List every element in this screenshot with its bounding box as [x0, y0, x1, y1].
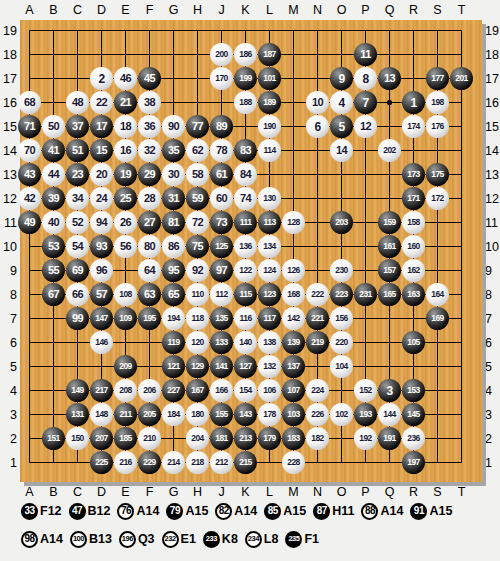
col-label-E: E	[114, 2, 138, 18]
row-label-7: 7	[0, 311, 17, 327]
stone-white-156: 156	[330, 307, 353, 330]
stone-black-195: 195	[138, 307, 161, 330]
stone-black-211: 211	[114, 403, 137, 426]
row-label-12: 12	[485, 191, 500, 207]
stone-white-56: 56	[114, 235, 137, 258]
stone-black-129: 129	[186, 355, 209, 378]
col-label-S: S	[426, 2, 450, 18]
stone-black-123: 123	[258, 283, 281, 306]
stone-black-127: 127	[234, 355, 257, 378]
stone-white-214: 214	[162, 451, 185, 474]
stone-black-29: 29	[138, 163, 161, 186]
stone-black-213: 213	[234, 427, 257, 450]
caption-coord-233: K8	[222, 532, 238, 546]
stone-black-125: 125	[210, 235, 233, 258]
stone-black-17: 17	[90, 115, 113, 138]
row-label-18: 18	[485, 47, 500, 63]
row-label-2: 2	[485, 431, 500, 447]
stone-black-201: 201	[450, 67, 473, 90]
stone-white-236: 236	[402, 427, 425, 450]
col-label-H: H	[186, 2, 210, 18]
stone-white-198: 198	[426, 91, 449, 114]
caption-stone-black-233: 233	[203, 531, 220, 548]
stone-white-128: 128	[282, 211, 305, 234]
stone-white-208: 208	[114, 379, 137, 402]
stone-black-11: 11	[354, 43, 377, 66]
stone-black-203: 203	[330, 211, 353, 234]
stone-white-92: 92	[186, 259, 209, 282]
stone-black-5: 5	[330, 115, 353, 138]
go-board[interactable]: 1234567891011121314151617181920212223242…	[20, 20, 482, 482]
stone-black-67: 67	[42, 283, 65, 306]
stone-white-64: 64	[138, 259, 161, 282]
stone-white-12: 12	[354, 115, 377, 138]
stone-black-93: 93	[90, 235, 113, 258]
col-label-P: P	[354, 484, 378, 500]
stone-white-72: 72	[186, 211, 209, 234]
col-label-B: B	[42, 2, 66, 18]
stone-black-41: 41	[42, 139, 65, 162]
row-label-1: 1	[0, 455, 17, 471]
stone-black-113: 113	[258, 211, 281, 234]
stone-black-21: 21	[114, 91, 137, 114]
row-label-8: 8	[485, 287, 500, 303]
row-label-9: 9	[485, 263, 500, 279]
stone-white-10: 10	[306, 91, 329, 114]
stone-black-185: 185	[114, 427, 137, 450]
stone-black-189: 189	[258, 91, 281, 114]
stone-black-99: 99	[66, 307, 89, 330]
stone-white-4: 4	[330, 91, 353, 114]
stone-black-69: 69	[66, 259, 89, 282]
stone-white-70: 70	[18, 139, 41, 162]
stone-white-46: 46	[114, 67, 137, 90]
stone-black-25: 25	[114, 187, 137, 210]
stone-white-78: 78	[210, 139, 233, 162]
caption-stone-black-47: 47	[69, 503, 86, 520]
caption-row-2: 98A14100B13196Q3232E1233K8234L8235F1	[21, 529, 326, 549]
stone-black-13: 13	[378, 67, 401, 90]
col-label-B: B	[42, 484, 66, 500]
col-label-O: O	[330, 2, 354, 18]
col-label-S: S	[426, 484, 450, 500]
stone-black-75: 75	[186, 235, 209, 258]
stone-black-117: 117	[258, 307, 281, 330]
col-label-D: D	[90, 2, 114, 18]
col-label-Q: Q	[378, 484, 402, 500]
stone-black-191: 191	[378, 427, 401, 450]
col-label-G: G	[162, 2, 186, 18]
col-label-J: J	[210, 484, 234, 500]
caption-coord-82: A14	[234, 504, 257, 518]
stone-black-55: 55	[42, 259, 65, 282]
stone-black-57: 57	[90, 283, 113, 306]
stone-white-224: 224	[306, 379, 329, 402]
stone-white-180: 180	[186, 403, 209, 426]
stone-white-154: 154	[234, 379, 257, 402]
stone-white-108: 108	[114, 283, 137, 306]
stone-black-15: 15	[90, 139, 113, 162]
caption-coord-98: A14	[40, 532, 63, 546]
stone-white-74: 74	[234, 187, 257, 210]
row-label-3: 3	[0, 407, 17, 423]
stone-white-48: 48	[66, 91, 89, 114]
stone-white-38: 38	[138, 91, 161, 114]
stone-white-192: 192	[354, 427, 377, 450]
row-label-11: 11	[0, 215, 17, 231]
stone-black-199: 199	[234, 67, 257, 90]
stone-white-226: 226	[306, 403, 329, 426]
stone-black-177: 177	[426, 67, 449, 90]
star-point	[387, 100, 392, 105]
stone-white-16: 16	[114, 139, 137, 162]
stone-white-30: 30	[162, 163, 185, 186]
stone-black-59: 59	[186, 187, 209, 210]
stone-black-73: 73	[210, 211, 233, 234]
stone-white-42: 42	[18, 187, 41, 210]
stone-black-205: 205	[138, 403, 161, 426]
stone-white-40: 40	[42, 211, 65, 234]
stone-black-215: 215	[234, 451, 257, 474]
stone-white-104: 104	[330, 355, 353, 378]
stone-black-163: 163	[402, 283, 425, 306]
stone-white-174: 174	[402, 115, 425, 138]
stone-white-34: 34	[66, 187, 89, 210]
row-label-13: 13	[0, 167, 17, 183]
stone-white-14: 14	[330, 139, 353, 162]
col-label-Q: Q	[378, 2, 402, 18]
col-label-R: R	[402, 484, 426, 500]
stone-white-66: 66	[66, 283, 89, 306]
col-label-R: R	[402, 2, 426, 18]
stone-black-145: 145	[402, 403, 425, 426]
stone-white-54: 54	[66, 235, 89, 258]
caption-coord-33: F12	[40, 504, 62, 518]
stone-white-162: 162	[402, 259, 425, 282]
row-label-15: 15	[485, 119, 500, 135]
stone-white-158: 158	[402, 211, 425, 234]
stone-white-202: 202	[378, 139, 401, 162]
caption-stone-black-91: 91	[410, 503, 427, 520]
stone-black-207: 207	[90, 427, 113, 450]
stone-white-142: 142	[282, 307, 305, 330]
caption-stone-white-196: 196	[119, 531, 136, 548]
stone-white-228: 228	[282, 451, 305, 474]
stone-white-136: 136	[234, 235, 257, 258]
stone-white-86: 86	[162, 235, 185, 258]
stone-black-181: 181	[210, 427, 233, 450]
stone-white-220: 220	[330, 331, 353, 354]
stone-white-190: 190	[258, 115, 281, 138]
stone-black-169: 169	[426, 307, 449, 330]
row-label-5: 5	[485, 359, 500, 375]
row-label-18: 18	[0, 47, 17, 63]
stone-black-77: 77	[186, 115, 209, 138]
stone-black-167: 167	[186, 379, 209, 402]
col-label-F: F	[138, 484, 162, 500]
stone-black-229: 229	[138, 451, 161, 474]
stone-white-90: 90	[162, 115, 185, 138]
row-label-12: 12	[0, 191, 17, 207]
caption-stone-black-87: 87	[313, 503, 330, 520]
stone-black-61: 61	[210, 163, 233, 186]
stone-white-68: 68	[18, 91, 41, 114]
stone-white-124: 124	[258, 259, 281, 282]
stone-black-221: 221	[306, 307, 329, 330]
stone-white-160: 160	[402, 235, 425, 258]
stone-white-32: 32	[138, 139, 161, 162]
stone-white-52: 52	[66, 211, 89, 234]
stone-black-147: 147	[90, 307, 113, 330]
stone-black-137: 137	[282, 355, 305, 378]
caption-coord-85: A15	[283, 504, 306, 518]
stone-white-6: 6	[306, 115, 329, 138]
stone-black-63: 63	[138, 283, 161, 306]
caption-coord-91: A15	[429, 504, 452, 518]
row-label-6: 6	[0, 335, 17, 351]
stone-white-110: 110	[186, 283, 209, 306]
col-label-D: D	[90, 484, 114, 500]
stone-black-217: 217	[90, 379, 113, 402]
col-label-M: M	[282, 2, 306, 18]
caption-coord-234: L8	[264, 532, 279, 546]
stone-white-130: 130	[258, 187, 281, 210]
stone-white-102: 102	[330, 403, 353, 426]
col-label-G: G	[162, 484, 186, 500]
stone-black-83: 83	[234, 139, 257, 162]
row-label-13: 13	[485, 167, 500, 183]
stone-white-200: 200	[210, 43, 233, 66]
stone-black-119: 119	[162, 331, 185, 354]
stone-black-165: 165	[378, 283, 401, 306]
stone-white-184: 184	[162, 403, 185, 426]
row-label-17: 17	[485, 71, 500, 87]
stone-black-179: 179	[258, 427, 281, 450]
stone-black-45: 45	[138, 67, 161, 90]
stone-white-140: 140	[234, 331, 257, 354]
caption-coord-196: Q3	[138, 532, 155, 546]
stone-black-227: 227	[162, 379, 185, 402]
row-label-4: 4	[0, 383, 17, 399]
stone-black-97: 97	[210, 259, 233, 282]
stone-white-146: 146	[90, 331, 113, 354]
caption-row-1: 33F1247B1276A1479A1582A1485A1587H1188A14…	[21, 501, 459, 521]
row-label-19: 19	[485, 23, 500, 39]
row-label-17: 17	[0, 71, 17, 87]
row-label-14: 14	[0, 143, 17, 159]
stone-black-105: 105	[402, 331, 425, 354]
stone-white-172: 172	[426, 187, 449, 210]
stone-black-103: 103	[282, 403, 305, 426]
row-label-7: 7	[485, 311, 500, 327]
col-label-F: F	[138, 2, 162, 18]
stone-black-231: 231	[354, 283, 377, 306]
row-label-19: 19	[0, 23, 17, 39]
col-label-K: K	[234, 484, 258, 500]
stone-black-187: 187	[258, 43, 281, 66]
stone-black-155: 155	[210, 403, 233, 426]
stone-white-212: 212	[210, 451, 233, 474]
caption-stone-white-88: 88	[361, 503, 378, 520]
stone-black-175: 175	[426, 163, 449, 186]
stone-white-118: 118	[186, 307, 209, 330]
stone-black-153: 153	[402, 379, 425, 402]
stone-black-219: 219	[306, 331, 329, 354]
row-label-14: 14	[485, 143, 500, 159]
caption-stone-black-85: 85	[264, 503, 281, 520]
caption-stone-white-232: 232	[162, 531, 179, 548]
stone-white-230: 230	[330, 259, 353, 282]
caption-coord-47: B12	[88, 504, 111, 518]
row-label-9: 9	[0, 263, 17, 279]
caption-stone-white-82: 82	[215, 503, 232, 520]
row-label-11: 11	[485, 215, 500, 231]
stone-black-51: 51	[66, 139, 89, 162]
stone-black-183: 183	[282, 427, 305, 450]
stone-white-170: 170	[210, 67, 233, 90]
stone-white-166: 166	[210, 379, 233, 402]
caption-stone-white-100: 100	[70, 531, 87, 548]
stone-black-209: 209	[114, 355, 137, 378]
stone-black-141: 141	[210, 355, 233, 378]
row-label-2: 2	[0, 431, 17, 447]
stone-black-49: 49	[18, 211, 41, 234]
stone-white-62: 62	[186, 139, 209, 162]
stone-black-143: 143	[234, 403, 257, 426]
col-label-C: C	[66, 2, 90, 18]
row-label-8: 8	[0, 287, 17, 303]
row-label-6: 6	[485, 335, 500, 351]
caption-coord-88: A14	[380, 504, 403, 518]
stone-black-1: 1	[402, 91, 425, 114]
caption-stone-black-33: 33	[21, 503, 38, 520]
stone-black-197: 197	[402, 451, 425, 474]
stone-black-111: 111	[234, 211, 257, 234]
stone-white-20: 20	[90, 163, 113, 186]
row-label-5: 5	[0, 359, 17, 375]
col-label-H: H	[186, 484, 210, 500]
stone-white-164: 164	[426, 283, 449, 306]
stone-white-106: 106	[258, 379, 281, 402]
stone-black-23: 23	[66, 163, 89, 186]
caption-coord-232: E1	[181, 532, 196, 546]
col-label-L: L	[258, 484, 282, 500]
stone-white-122: 122	[234, 259, 257, 282]
stone-white-24: 24	[90, 187, 113, 210]
row-label-16: 16	[485, 95, 500, 111]
stone-white-22: 22	[90, 91, 113, 114]
caption-stone-black-235: 235	[285, 531, 302, 548]
col-label-M: M	[282, 484, 306, 500]
stone-black-223: 223	[330, 283, 353, 306]
stone-white-182: 182	[306, 427, 329, 450]
stone-white-134: 134	[258, 235, 281, 258]
row-label-15: 15	[0, 119, 17, 135]
col-label-K: K	[234, 2, 258, 18]
stone-white-216: 216	[114, 451, 137, 474]
stone-white-18: 18	[114, 115, 137, 138]
caption-coord-100: B13	[89, 532, 112, 546]
col-label-L: L	[258, 2, 282, 18]
stone-black-171: 171	[402, 187, 425, 210]
stone-black-53: 53	[42, 235, 65, 258]
stone-black-89: 89	[210, 115, 233, 138]
stone-black-159: 159	[378, 211, 401, 234]
row-label-10: 10	[485, 239, 500, 255]
stone-white-94: 94	[90, 211, 113, 234]
stone-black-71: 71	[18, 115, 41, 138]
stone-black-37: 37	[66, 115, 89, 138]
go-kifu-diagram: ABCDEFGHJKLMNOPQRST ABCDEFGHJKLMNOPQRST …	[0, 0, 500, 561]
caption-coord-76: A14	[136, 504, 159, 518]
stone-white-126: 126	[282, 259, 305, 282]
stone-black-95: 95	[162, 259, 185, 282]
stone-white-114: 114	[258, 139, 281, 162]
stone-black-149: 149	[66, 379, 89, 402]
col-label-N: N	[306, 2, 330, 18]
stone-black-135: 135	[210, 307, 233, 330]
col-label-A: A	[18, 484, 42, 500]
col-label-T: T	[450, 2, 474, 18]
stone-white-176: 176	[426, 115, 449, 138]
stone-white-28: 28	[138, 187, 161, 210]
stone-black-225: 225	[90, 451, 113, 474]
stone-black-39: 39	[42, 187, 65, 210]
stone-black-161: 161	[378, 235, 401, 258]
col-label-A: A	[18, 2, 42, 18]
stone-white-194: 194	[162, 307, 185, 330]
caption-stone-black-79: 79	[166, 503, 183, 520]
stone-black-133: 133	[210, 331, 233, 354]
stone-black-3: 3	[378, 379, 401, 402]
stone-black-107: 107	[282, 379, 305, 402]
stone-black-139: 139	[282, 331, 305, 354]
stone-white-26: 26	[114, 211, 137, 234]
stone-white-8: 8	[354, 67, 377, 90]
caption-stone-white-98: 98	[21, 531, 38, 548]
stone-black-101: 101	[258, 67, 281, 90]
caption-stone-white-234: 234	[245, 531, 262, 548]
stone-white-206: 206	[138, 379, 161, 402]
stone-black-115: 115	[234, 283, 257, 306]
stone-black-151: 151	[42, 427, 65, 450]
caption-coord-79: A15	[185, 504, 208, 518]
row-label-1: 1	[485, 455, 500, 471]
stone-black-173: 173	[402, 163, 425, 186]
stone-white-222: 222	[306, 283, 329, 306]
stone-black-157: 157	[378, 259, 401, 282]
stone-white-218: 218	[186, 451, 209, 474]
stone-white-178: 178	[258, 403, 281, 426]
stone-white-116: 116	[234, 307, 257, 330]
caption-coord-235: F1	[304, 532, 319, 546]
stone-white-44: 44	[42, 163, 65, 186]
caption-coord-87: H11	[332, 504, 354, 518]
row-label-16: 16	[0, 95, 17, 111]
stone-black-35: 35	[162, 139, 185, 162]
stone-white-120: 120	[186, 331, 209, 354]
stone-black-27: 27	[138, 211, 161, 234]
stone-white-150: 150	[66, 427, 89, 450]
stone-black-193: 193	[354, 403, 377, 426]
stone-white-204: 204	[186, 427, 209, 450]
col-label-J: J	[210, 2, 234, 18]
stone-white-148: 148	[90, 403, 113, 426]
col-label-E: E	[114, 484, 138, 500]
stone-black-19: 19	[114, 163, 137, 186]
col-label-O: O	[330, 484, 354, 500]
stone-white-58: 58	[186, 163, 209, 186]
